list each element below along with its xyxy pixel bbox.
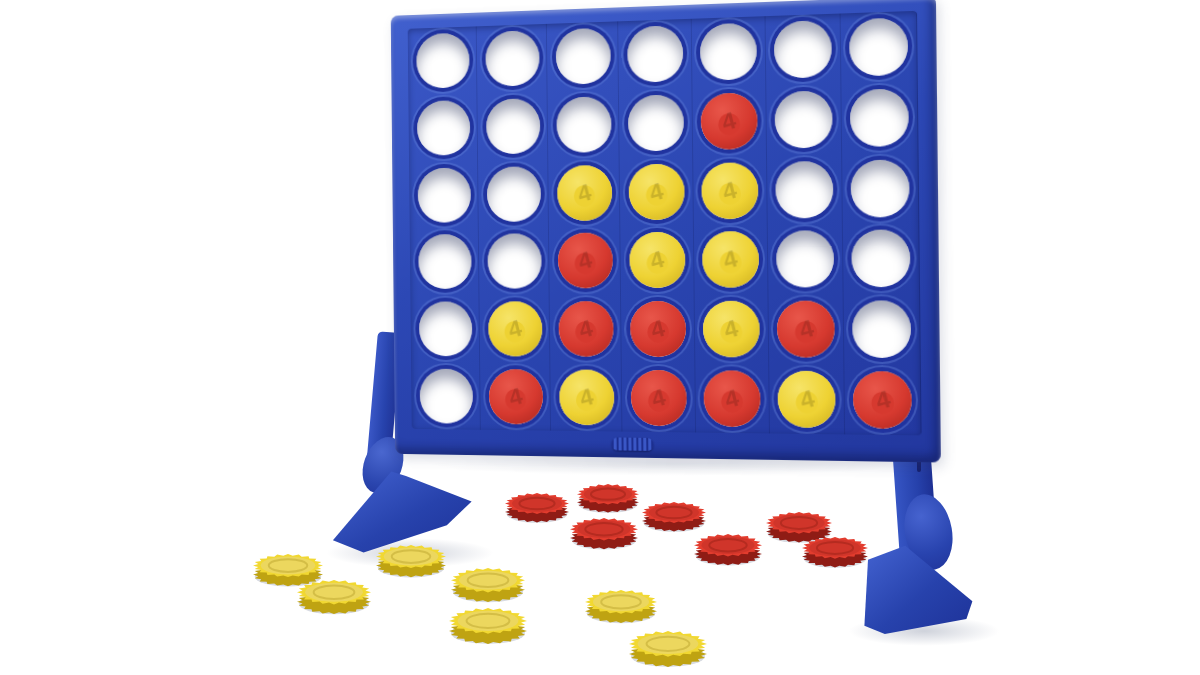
loose-discs-layer [0, 0, 1200, 675]
loose-red-disc-6[interactable] [690, 530, 766, 571]
loose-yellow-disc-12[interactable] [581, 586, 661, 629]
loose-yellow-disc-8[interactable] [372, 541, 450, 583]
loose-red-disc-2[interactable] [501, 489, 573, 528]
loose-yellow-disc-11[interactable] [293, 576, 375, 620]
loose-red-disc-1[interactable] [573, 480, 643, 519]
loose-yellow-disc-10[interactable] [447, 564, 529, 608]
loose-yellow-disc-13[interactable] [445, 604, 531, 650]
loose-yellow-disc-14[interactable] [625, 627, 711, 673]
loose-red-disc-7[interactable] [798, 533, 872, 573]
connect-four-scene: ●4●4●4●4●4●4●4●4●4●4●4●4●4●4●4●4●4●4 [0, 0, 1200, 675]
loose-red-disc-5[interactable] [566, 514, 642, 555]
